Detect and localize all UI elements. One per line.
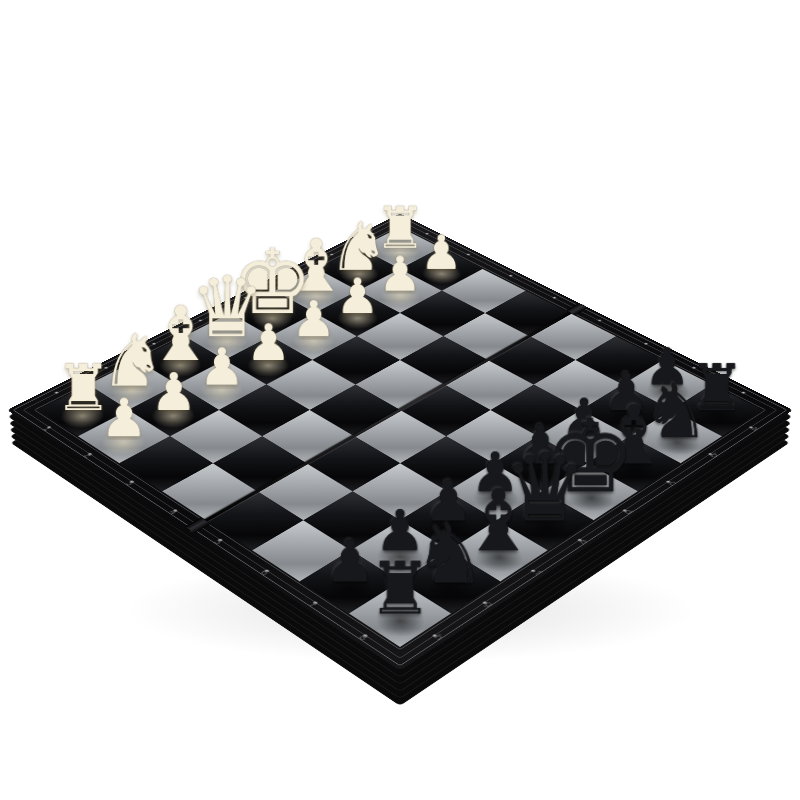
perspective-stage: ♜♟♟♜♞♟♟♞♝♟♟♝♚♟♟♚♛♟♟♛♝♟♟♝♞♟♟♞♜♟♟♜ a1b2c3d… [0,0,800,800]
rank-label-5: 5 [212,538,225,546]
rank-label-2: 2 [81,452,93,459]
frame-rivet [597,319,602,322]
rank-label-3: 3 [123,480,135,487]
rank-label-4: 4 [167,508,180,515]
square-a2: ♟ [78,410,170,463]
product-photo-chess-set: ♜♟♟♜♞♟♟♞♝♟♟♝♚♟♟♚♛♟♟♛♝♟♟♝♞♟♟♞♜♟♟♜ a1b2c3d… [0,0,800,800]
squares-grid: ♜♟♟♜♞♟♟♞♝♟♟♝♚♟♟♚♛♟♟♛♝♟♟♝♞♟♟♞♜♟♟♜ [38,227,762,647]
rank-label-8: 8 [356,633,369,642]
board-surface: ♜♟♟♜♞♟♟♞♝♟♟♝♚♟♟♚♛♟♟♛♝♟♟♝♞♟♟♞♜♟♟♜ a1b2c3d… [7,213,793,670]
file-label-h: h [432,633,445,642]
frame-rivet [552,297,557,300]
chess-board: ♜♟♟♜♞♟♟♞♝♟♟♝♚♟♟♚♛♟♟♛♝♟♟♝♞♟♟♞♜♟♟♜ a1b2c3d… [7,213,793,670]
frame-rivet [508,275,513,278]
